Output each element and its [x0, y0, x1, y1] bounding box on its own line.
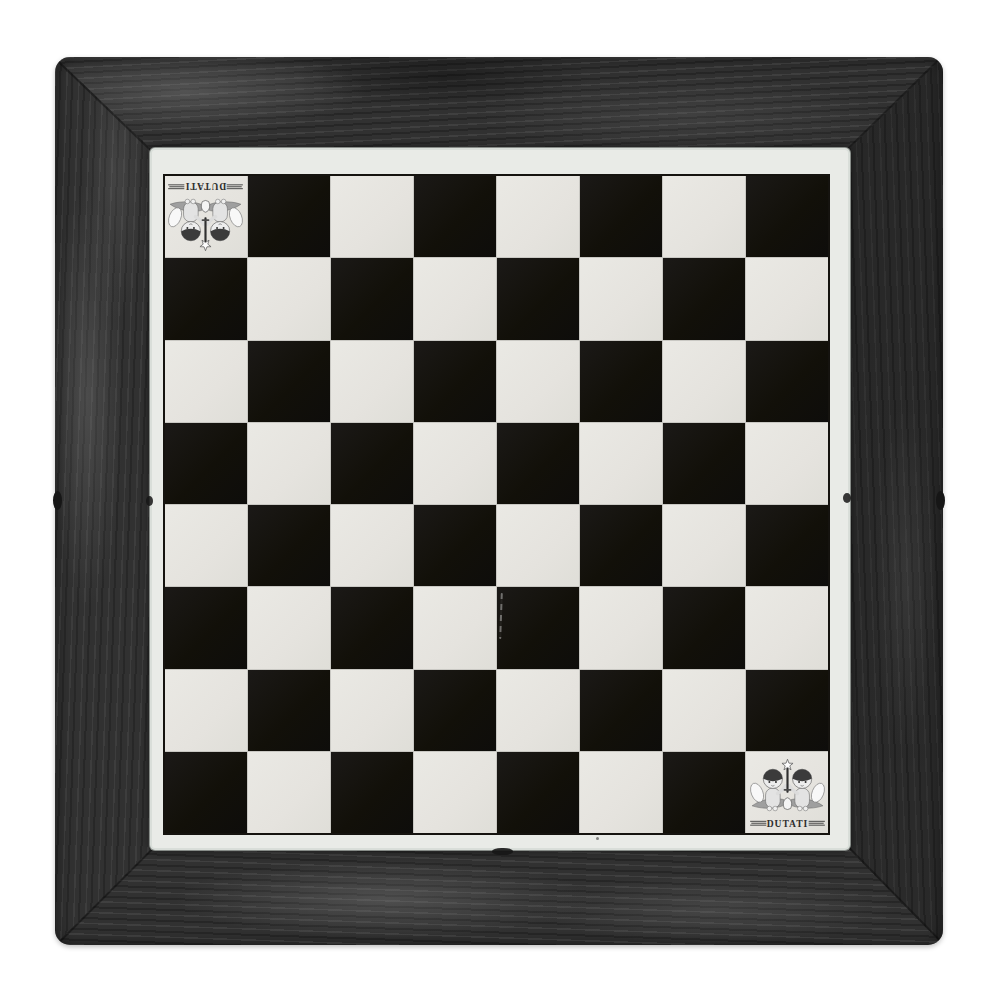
- logo-flourish-left: [227, 184, 243, 189]
- square-e7: [497, 258, 579, 339]
- square-a4: [165, 505, 247, 586]
- logo-flourish-right: [168, 184, 184, 189]
- cherub-eye: [768, 781, 770, 783]
- square-b2: [248, 670, 330, 751]
- square-h4: [746, 505, 828, 586]
- square-f6: [580, 341, 662, 422]
- square-h8: [746, 176, 828, 257]
- cherub-body-right: [184, 202, 199, 222]
- square-d4: [414, 505, 496, 586]
- square-f8: [580, 176, 662, 257]
- square-e5: [497, 423, 579, 504]
- square-f1: [580, 752, 662, 833]
- hinge-notch-left-inner: [146, 496, 153, 506]
- square-g2: [663, 670, 745, 751]
- square-d5: [414, 423, 496, 504]
- square-d1: [414, 752, 496, 833]
- cherub-foot: [767, 806, 772, 811]
- cherub-foot: [221, 199, 226, 204]
- square-g1: [663, 752, 745, 833]
- square-b1: [248, 752, 330, 833]
- square-b8: [248, 176, 330, 257]
- square-d2: [414, 670, 496, 751]
- square-f4: [580, 505, 662, 586]
- chess-piece-collar: [202, 219, 210, 221]
- hinge-notch-right-inner: [843, 493, 851, 503]
- cherub-eye: [193, 227, 195, 229]
- square-h6: [746, 341, 828, 422]
- square-b3: [248, 587, 330, 668]
- square-a7: [165, 258, 247, 339]
- chess-piece-base: [201, 201, 209, 213]
- logo-text: DUTATI: [185, 181, 227, 192]
- cherub-hair-left: [211, 229, 230, 241]
- square-g8: [663, 176, 745, 257]
- square-c1: [331, 752, 413, 833]
- square-b5: [248, 423, 330, 504]
- square-a3: [165, 587, 247, 668]
- cherub-eye: [775, 781, 777, 783]
- logo-flourish-left: [750, 821, 766, 826]
- cherub-eye: [186, 227, 188, 229]
- square-g7: [663, 258, 745, 339]
- square-d6: [414, 341, 496, 422]
- square-c2: [331, 670, 413, 751]
- square-g4: [663, 505, 745, 586]
- square-a5: [165, 423, 247, 504]
- cherub-eye: [223, 227, 225, 229]
- cherub-body-left: [766, 788, 781, 808]
- logo-text: DUTATI: [767, 818, 809, 829]
- square-f7: [580, 258, 662, 339]
- square-h2: [746, 670, 828, 751]
- square-f3: [580, 587, 662, 668]
- cherub-hair-right: [181, 229, 200, 241]
- square-e4: [497, 505, 579, 586]
- cherub-foot: [191, 199, 196, 204]
- square-c5: [331, 423, 413, 504]
- speck-mark: [596, 837, 599, 840]
- square-c6: [331, 341, 413, 422]
- cherub-foot: [773, 806, 778, 811]
- square-c4: [331, 505, 413, 586]
- chessboard: [163, 174, 830, 835]
- square-c3: [331, 587, 413, 668]
- square-c7: [331, 258, 413, 339]
- chess-piece-base: [783, 798, 791, 810]
- cherub-body-right: [795, 788, 810, 808]
- cherub-foot: [216, 199, 221, 204]
- square-a6: [165, 341, 247, 422]
- square-e1: [497, 752, 579, 833]
- dutati-logo-icon: DUTATI: [167, 178, 244, 255]
- square-b4: [248, 505, 330, 586]
- dutati-logo-icon: DUTATI: [749, 755, 826, 832]
- square-g6: [663, 341, 745, 422]
- cherub-foot: [803, 806, 808, 811]
- square-h7: [746, 258, 828, 339]
- square-h5: [746, 423, 828, 504]
- square-c8: [331, 176, 413, 257]
- dutati-logo-bottom-right: DUTATI: [749, 755, 826, 832]
- notch-bottom-center: [492, 848, 513, 855]
- square-b7: [248, 258, 330, 339]
- square-e8: [497, 176, 579, 257]
- square-h3: [746, 587, 828, 668]
- cherub-eye: [798, 781, 800, 783]
- chess-piece-collar: [784, 789, 792, 791]
- cherub-foot: [798, 806, 803, 811]
- product-photo: DUTATI: [0, 0, 1000, 1000]
- cherub-foot: [185, 199, 190, 204]
- square-e2: [497, 670, 579, 751]
- square-d3: [414, 587, 496, 668]
- square-e6: [497, 341, 579, 422]
- logo-flourish-right: [809, 821, 825, 826]
- cherub-hair-right: [793, 769, 812, 781]
- cherub-body-left: [213, 202, 228, 222]
- square-e3: [497, 587, 579, 668]
- cherub-hair-left: [763, 769, 782, 781]
- cherub-eye: [216, 227, 218, 229]
- hinge-notch-left-outer: [53, 491, 62, 510]
- hinge-notch-right-outer: [936, 491, 945, 510]
- square-g5: [663, 423, 745, 504]
- square-f5: [580, 423, 662, 504]
- square-g3: [663, 587, 745, 668]
- square-d7: [414, 258, 496, 339]
- cherub-eye: [805, 781, 807, 783]
- square-b6: [248, 341, 330, 422]
- square-a2: [165, 670, 247, 751]
- square-a1: [165, 752, 247, 833]
- dutati-logo-top-left: DUTATI: [167, 178, 244, 255]
- square-f2: [580, 670, 662, 751]
- square-d8: [414, 176, 496, 257]
